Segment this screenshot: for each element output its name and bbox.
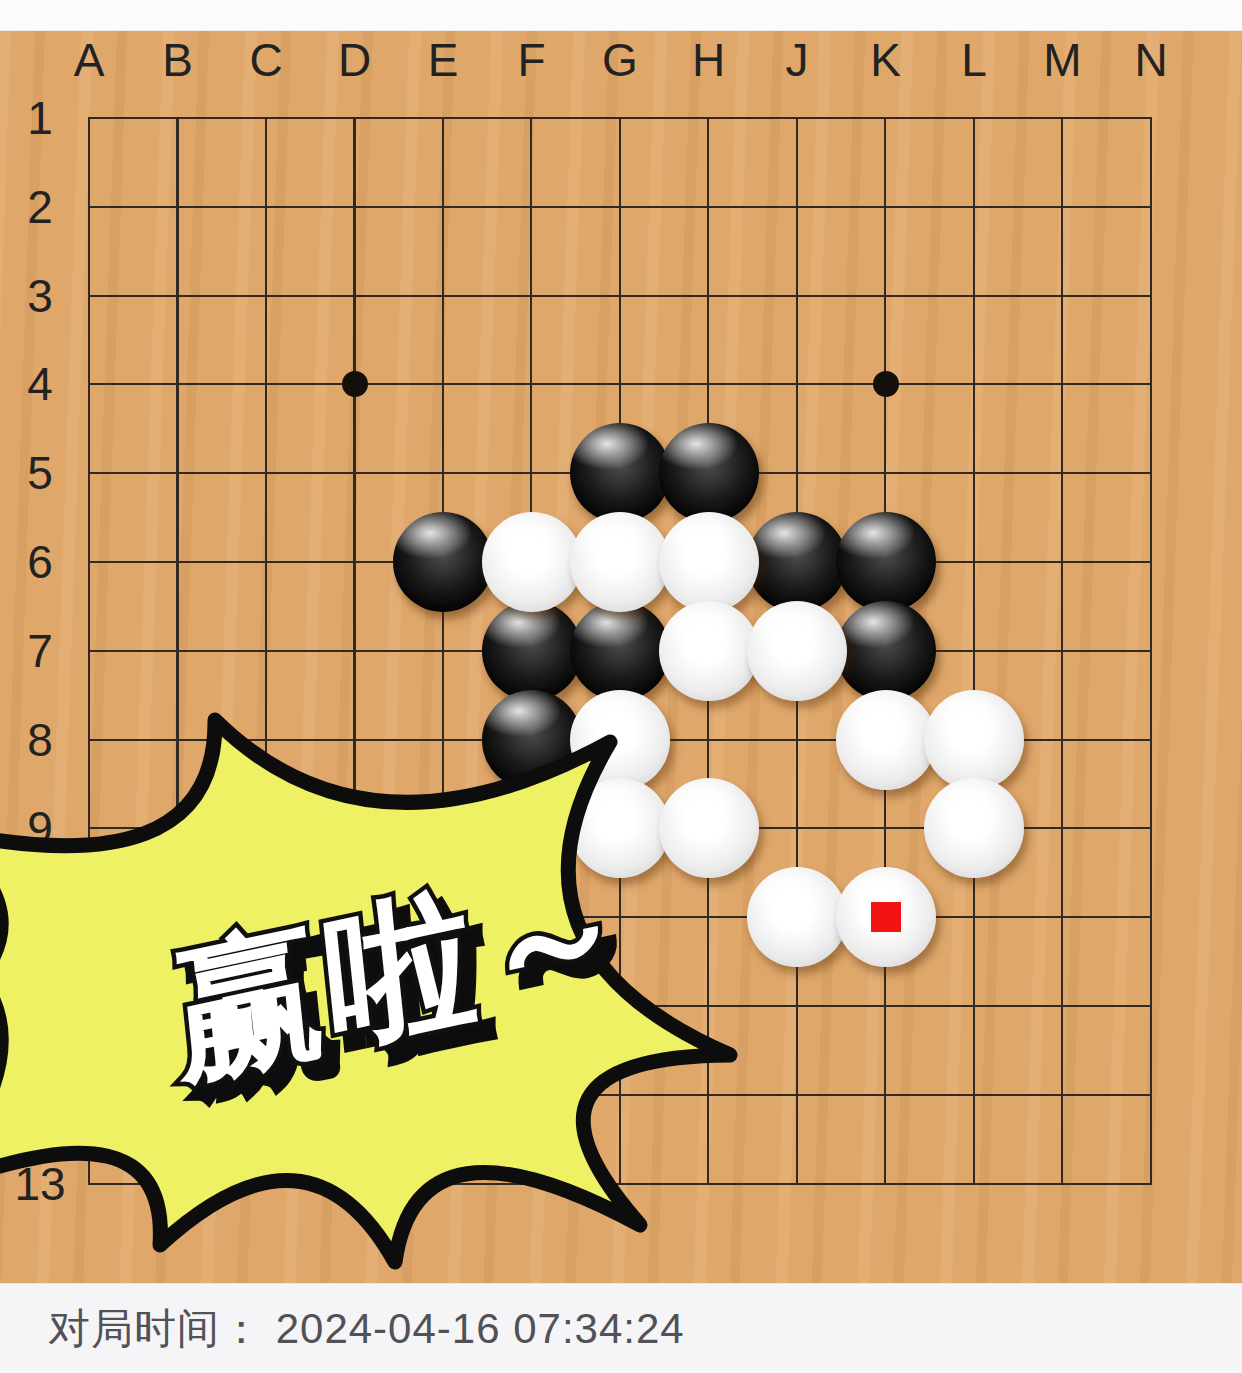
white-stone-K8 [836, 690, 936, 790]
white-stone-L9 [924, 778, 1024, 878]
black-stone-E6 [393, 512, 493, 612]
white-stone-J7 [747, 601, 847, 701]
last-move-marker [871, 902, 901, 932]
footer-bar: 对局时间： 2024-04-16 07:34:24 [0, 1283, 1242, 1373]
white-stone-G8 [570, 690, 670, 790]
gomoku-win-screen: ABCDEFGHJKLMN12345678910111213 赢啦～ 赢啦～ 对… [0, 0, 1242, 1373]
black-stone-F8 [482, 690, 582, 790]
black-stone-K6 [836, 512, 936, 612]
black-stone-H5 [659, 423, 759, 523]
board-grid[interactable] [45, 74, 1196, 1228]
game-time-label: 对局时间： 2024-04-16 07:34:24 [48, 1301, 685, 1357]
star-point [342, 371, 368, 397]
star-point [873, 371, 899, 397]
white-stone-H7 [659, 601, 759, 701]
white-stone-H6 [659, 512, 759, 612]
black-stone-G5 [570, 423, 670, 523]
black-stone-J6 [747, 512, 847, 612]
black-stone-K7 [836, 601, 936, 701]
white-stone-K10 [836, 867, 936, 967]
status-bar [0, 0, 1242, 31]
white-stone-G9 [570, 778, 670, 878]
white-stone-L8 [924, 690, 1024, 790]
black-stone-G7 [570, 601, 670, 701]
white-stone-G6 [570, 512, 670, 612]
black-stone-F7 [482, 601, 582, 701]
white-stone-J10 [747, 867, 847, 967]
white-stone-H9 [659, 778, 759, 878]
white-stone-F6 [482, 512, 582, 612]
